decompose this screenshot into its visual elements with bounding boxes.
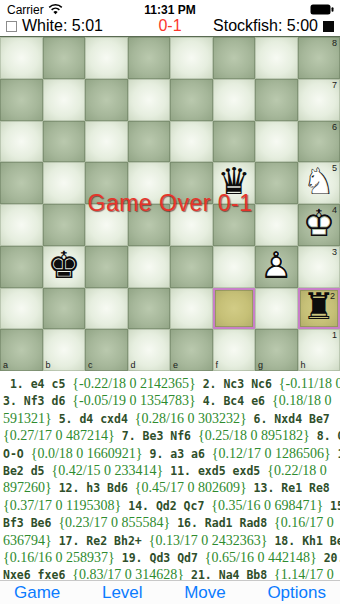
move-line-6: Be2 d5 {0.42/15 0 233414} 11. exd5 exd5 … [3, 463, 338, 480]
square-d3[interactable] [128, 246, 171, 288]
square-f3[interactable] [213, 246, 256, 288]
square-h7[interactable]: 7 [298, 79, 340, 121]
file-label-d: d [131, 360, 136, 370]
file-label-f: f [216, 360, 219, 370]
move-line-2: 3. Nf3 d6 {-0.05/19 0 1354783} 4. Bc4 e6… [3, 393, 338, 410]
move-line-11: {0.16/16 0 258937} 19. Qd3 Qd7 {0.65/16 … [3, 550, 338, 567]
file-label-b: b [46, 360, 51, 370]
square-h3[interactable]: 3 [298, 246, 340, 288]
file-label-h: h [301, 360, 306, 370]
square-b7[interactable] [43, 79, 86, 121]
move-line-4: {0.27/17 0 487214} 7. Be3 Nf6 {0.25/18 0… [3, 428, 338, 445]
game-over-banner: Game Over 0-1 [0, 190, 340, 217]
square-c3[interactable] [85, 246, 128, 288]
square-e6[interactable] [170, 121, 213, 163]
square-c2[interactable] [85, 288, 128, 330]
file-label-c: c [88, 360, 93, 370]
square-e8[interactable] [170, 37, 213, 79]
bottom-toolbar: Game Level Move Options [0, 580, 340, 604]
options-button[interactable]: Options [267, 583, 326, 603]
square-h2[interactable]: 2♜♜ [298, 288, 340, 330]
wifi-icon [48, 4, 63, 15]
rank-label-8: 8 [332, 38, 337, 48]
square-g1[interactable]: g [255, 329, 298, 371]
black-king-b3: ♚♚ [43, 246, 86, 288]
carrier-label: Carrier [7, 3, 44, 17]
rank-label-5: 5 [332, 163, 337, 173]
level-button[interactable]: Level [102, 583, 143, 603]
square-e3[interactable] [170, 246, 213, 288]
square-f7[interactable] [213, 79, 256, 121]
square-a1[interactable]: a [0, 329, 43, 371]
square-c7[interactable] [85, 79, 128, 121]
square-d6[interactable] [128, 121, 171, 163]
square-f1[interactable]: f [213, 329, 256, 371]
move-line-7: 897260} 12. h3 Bd6 {0.45/17 0 802609} 13… [3, 480, 338, 497]
square-g2[interactable] [255, 288, 298, 330]
square-a2[interactable] [0, 288, 43, 330]
file-label-g: g [258, 360, 263, 370]
move-line-10: 636794} 17. Re2 Bh2+ {0.13/17 0 2432363}… [3, 533, 338, 550]
square-h1[interactable]: 1h [298, 329, 340, 371]
rank-label-6: 6 [332, 122, 337, 132]
move-line-5: O-O {0.0/18 0 1660921} 9. a3 a6 {0.12/17… [3, 446, 338, 463]
file-label-e: e [173, 360, 178, 370]
move-button[interactable]: Move [184, 583, 226, 603]
move-line-3: 591321} 5. d4 cxd4 {0.28/16 0 303232} 6.… [3, 411, 338, 428]
rank-label-3: 3 [332, 247, 337, 257]
square-d2[interactable] [128, 288, 171, 330]
square-c6[interactable] [85, 121, 128, 163]
move-line-8: {0.37/17 0 1195308} 14. Qd2 Qc7 {0.35/16… [3, 498, 338, 515]
rank-label-1: 1 [332, 330, 337, 340]
chess-board: Game Over 0-1 876♛♛5♞♘4♚♔♚♚♟♙32♜♜abcdefg… [0, 36, 340, 371]
square-e1[interactable]: e [170, 329, 213, 371]
square-f6[interactable] [213, 121, 256, 163]
square-e2[interactable] [170, 288, 213, 330]
white-player-label: White: 5:01 [22, 17, 103, 35]
game-header: 0-1 White: 5:01 Stockfish: 5:00 [0, 18, 340, 36]
square-e7[interactable] [170, 79, 213, 121]
square-a7[interactable] [0, 79, 43, 121]
move-line-1: 1. e4 c5 {-0.22/18 0 2142365} 2. Nc3 Nc6… [3, 376, 338, 393]
white-player-clock: White: 5:01 [6, 17, 103, 35]
black-player-label: Stockfish: 5:00 [213, 17, 318, 35]
square-a3[interactable] [0, 246, 43, 288]
rank-label-2: 2 [330, 291, 335, 301]
black-side-icon [323, 21, 334, 32]
square-b1[interactable]: b [43, 329, 86, 371]
square-a6[interactable] [0, 121, 43, 163]
square-h8[interactable]: 8 [298, 37, 340, 79]
black-player-clock: Stockfish: 5:00 [213, 17, 334, 35]
status-bar: Carrier 11:31 PM [0, 0, 340, 18]
square-g7[interactable] [255, 79, 298, 121]
square-d1[interactable]: d [128, 329, 171, 371]
square-c1[interactable]: c [85, 329, 128, 371]
white-pawn-g3: ♟♙ [255, 246, 298, 288]
square-b6[interactable] [43, 121, 86, 163]
white-side-icon [6, 21, 17, 32]
file-label-a: a [3, 360, 8, 370]
game-button[interactable]: Game [14, 583, 60, 603]
square-b3[interactable]: ♚♚ [43, 246, 86, 288]
move-line-9: Bf3 Be6 {0.23/17 0 855584} 16. Rad1 Rad8… [3, 515, 338, 532]
square-b2[interactable] [43, 288, 86, 330]
square-g8[interactable] [255, 37, 298, 79]
square-f8[interactable] [213, 37, 256, 79]
move-list[interactable]: 1. e4 c5 {-0.22/18 0 2142365} 2. Nc3 Nc6… [0, 371, 340, 583]
square-f2[interactable] [213, 288, 256, 330]
square-c8[interactable] [85, 37, 128, 79]
battery-icon [310, 4, 334, 15]
square-h6[interactable]: 6 [298, 121, 340, 163]
app-window: Carrier 11:31 PM 0-1 White: 5:01 Sto [0, 0, 340, 604]
square-d8[interactable] [128, 37, 171, 79]
square-g6[interactable] [255, 121, 298, 163]
square-a8[interactable] [0, 37, 43, 79]
rank-label-7: 7 [332, 80, 337, 90]
square-b8[interactable] [43, 37, 86, 79]
square-d7[interactable] [128, 79, 171, 121]
square-g3[interactable]: ♟♙ [255, 246, 298, 288]
